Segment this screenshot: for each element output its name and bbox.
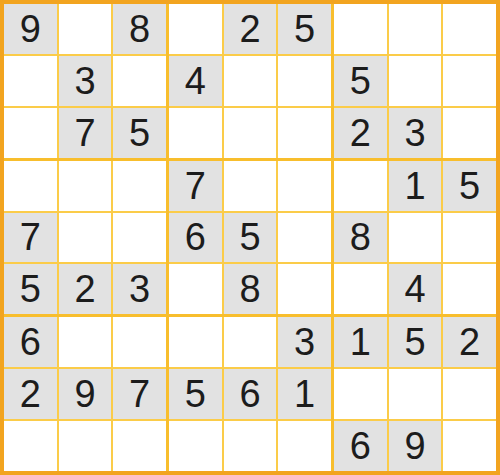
cell-r1c1[interactable]: 9	[4, 4, 57, 54]
cell-r6c9[interactable]	[443, 264, 496, 314]
cell-r5c2[interactable]	[59, 213, 112, 263]
cell-r8c1[interactable]: 2	[4, 369, 57, 419]
cell-r4c5[interactable]	[224, 161, 277, 211]
cell-r7c6[interactable]: 3	[278, 317, 331, 367]
cell-r9c1[interactable]	[4, 421, 57, 471]
box-1-3: 523	[334, 4, 496, 158]
cell-r3c1[interactable]	[4, 108, 57, 158]
cell-r5c6[interactable]	[278, 213, 331, 263]
cell-r3c3[interactable]: 5	[113, 108, 166, 158]
cell-r8c7[interactable]	[334, 369, 387, 419]
cell-r6c7[interactable]	[334, 264, 387, 314]
cell-r9c3[interactable]	[113, 421, 166, 471]
cell-r7c1[interactable]: 6	[4, 317, 57, 367]
cell-r1c7[interactable]	[334, 4, 387, 54]
cell-r4c1[interactable]	[4, 161, 57, 211]
cell-r2c4[interactable]: 4	[169, 56, 222, 106]
cell-r7c4[interactable]	[169, 317, 222, 367]
cell-r5c8[interactable]	[389, 213, 442, 263]
cell-r3c9[interactable]	[443, 108, 496, 158]
cell-r3c7[interactable]: 2	[334, 108, 387, 158]
cell-r9c6[interactable]	[278, 421, 331, 471]
cell-r5c9[interactable]	[443, 213, 496, 263]
sudoku-board: 983752545237523765815846297356115269	[0, 0, 500, 475]
cell-r5c1[interactable]: 7	[4, 213, 57, 263]
cell-r2c7[interactable]: 5	[334, 56, 387, 106]
cell-r1c5[interactable]: 2	[224, 4, 277, 54]
cell-r4c4[interactable]: 7	[169, 161, 222, 211]
cell-r7c8[interactable]: 5	[389, 317, 442, 367]
cell-r9c7[interactable]: 6	[334, 421, 387, 471]
cell-r1c9[interactable]	[443, 4, 496, 54]
cell-r7c9[interactable]: 2	[443, 317, 496, 367]
box-3-1: 6297	[4, 317, 166, 471]
cell-r6c2[interactable]: 2	[59, 264, 112, 314]
cell-r8c9[interactable]	[443, 369, 496, 419]
box-3-3: 15269	[334, 317, 496, 471]
cell-r7c7[interactable]: 1	[334, 317, 387, 367]
cell-r5c7[interactable]: 8	[334, 213, 387, 263]
cell-r2c6[interactable]	[278, 56, 331, 106]
box-1-1: 98375	[4, 4, 166, 158]
cell-r1c8[interactable]	[389, 4, 442, 54]
cell-r5c3[interactable]	[113, 213, 166, 263]
cell-r4c2[interactable]	[59, 161, 112, 211]
cell-r3c2[interactable]: 7	[59, 108, 112, 158]
cell-r2c9[interactable]	[443, 56, 496, 106]
cell-r3c6[interactable]	[278, 108, 331, 158]
cell-r7c5[interactable]	[224, 317, 277, 367]
cell-r2c3[interactable]	[113, 56, 166, 106]
box-2-3: 1584	[334, 161, 496, 315]
cell-r4c9[interactable]: 5	[443, 161, 496, 211]
cell-r4c8[interactable]: 1	[389, 161, 442, 211]
box-2-2: 7658	[169, 161, 331, 315]
cell-r5c4[interactable]: 6	[169, 213, 222, 263]
cell-r7c2[interactable]	[59, 317, 112, 367]
cell-r6c3[interactable]: 3	[113, 264, 166, 314]
cell-r6c4[interactable]	[169, 264, 222, 314]
cell-r1c3[interactable]: 8	[113, 4, 166, 54]
box-1-2: 254	[169, 4, 331, 158]
cell-r8c4[interactable]: 5	[169, 369, 222, 419]
cell-r9c2[interactable]	[59, 421, 112, 471]
cell-r6c1[interactable]: 5	[4, 264, 57, 314]
cell-r6c6[interactable]	[278, 264, 331, 314]
cell-r8c6[interactable]: 1	[278, 369, 331, 419]
cell-r2c2[interactable]: 3	[59, 56, 112, 106]
cell-r6c8[interactable]: 4	[389, 264, 442, 314]
cell-r1c6[interactable]: 5	[278, 4, 331, 54]
cell-r8c5[interactable]: 6	[224, 369, 277, 419]
cell-r9c8[interactable]: 9	[389, 421, 442, 471]
cell-r3c5[interactable]	[224, 108, 277, 158]
cell-r9c4[interactable]	[169, 421, 222, 471]
cell-r2c5[interactable]	[224, 56, 277, 106]
cell-r8c8[interactable]	[389, 369, 442, 419]
box-3-2: 3561	[169, 317, 331, 471]
cell-r1c2[interactable]	[59, 4, 112, 54]
cell-r4c6[interactable]	[278, 161, 331, 211]
cell-r3c4[interactable]	[169, 108, 222, 158]
cell-r9c5[interactable]	[224, 421, 277, 471]
cell-r1c4[interactable]	[169, 4, 222, 54]
cell-r5c5[interactable]: 5	[224, 213, 277, 263]
cell-r2c8[interactable]	[389, 56, 442, 106]
cell-r8c3[interactable]: 7	[113, 369, 166, 419]
cell-r3c8[interactable]: 3	[389, 108, 442, 158]
cell-r8c2[interactable]: 9	[59, 369, 112, 419]
cell-r2c1[interactable]	[4, 56, 57, 106]
cell-r4c3[interactable]	[113, 161, 166, 211]
cell-r9c9[interactable]	[443, 421, 496, 471]
box-2-1: 7523	[4, 161, 166, 315]
cell-r4c7[interactable]	[334, 161, 387, 211]
cell-r7c3[interactable]	[113, 317, 166, 367]
cell-r6c5[interactable]: 8	[224, 264, 277, 314]
